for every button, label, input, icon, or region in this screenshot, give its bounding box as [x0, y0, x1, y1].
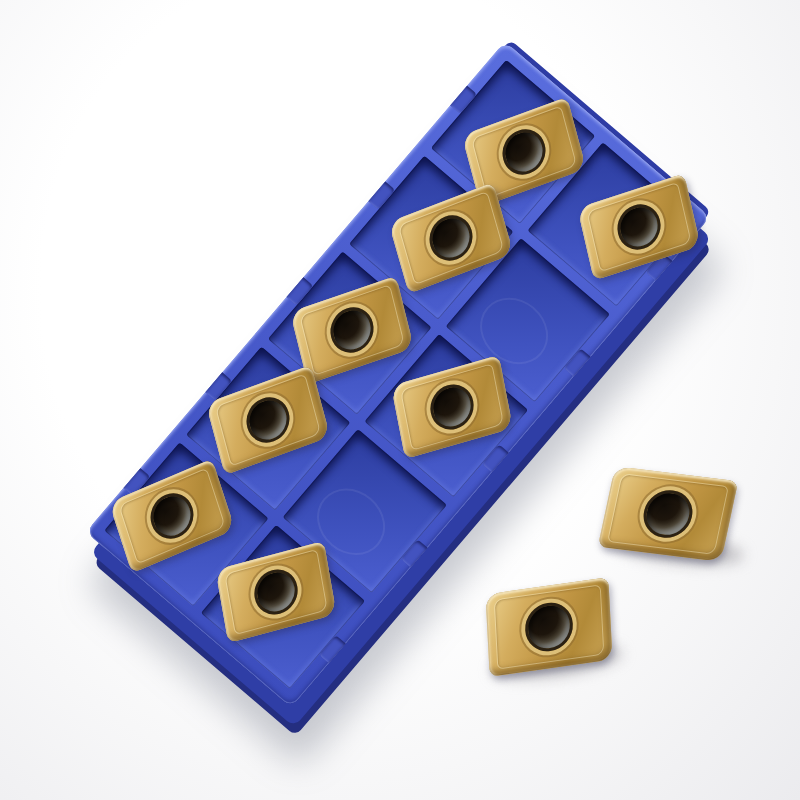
insert-center-hole	[524, 600, 574, 655]
insert-center-hole	[326, 301, 378, 358]
carbide-insert-loose-upper	[598, 466, 738, 562]
insert-center-hole	[424, 209, 477, 267]
insert-center-hole	[251, 565, 301, 620]
insert-center-hole	[639, 488, 697, 541]
carbide-insert-loose-lower	[485, 577, 612, 676]
photo-canvas	[0, 0, 800, 800]
insert-center-hole	[242, 391, 295, 449]
insert-center-hole	[145, 486, 199, 545]
insert-center-hole	[498, 123, 551, 181]
insert-center-hole	[427, 379, 478, 434]
insert-center-hole	[613, 199, 665, 256]
